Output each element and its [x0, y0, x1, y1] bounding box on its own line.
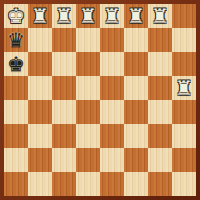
square-f5[interactable] [124, 76, 148, 100]
chess-board: ♚♜♜♜♜♜♜♛♚♜ [4, 4, 196, 196]
square-e4[interactable] [100, 100, 124, 124]
square-d2[interactable] [76, 148, 100, 172]
square-b4[interactable] [28, 100, 52, 124]
white-rook: ♜ [79, 4, 97, 28]
square-e6[interactable] [100, 52, 124, 76]
square-d8[interactable]: ♜ [76, 4, 100, 28]
square-e5[interactable] [100, 76, 124, 100]
square-h4[interactable] [172, 100, 196, 124]
square-g3[interactable] [148, 124, 172, 148]
square-g2[interactable] [148, 148, 172, 172]
white-rook: ♜ [127, 4, 145, 28]
square-g4[interactable] [148, 100, 172, 124]
square-b2[interactable] [28, 148, 52, 172]
square-h6[interactable] [172, 52, 196, 76]
square-b5[interactable] [28, 76, 52, 100]
square-a3[interactable] [4, 124, 28, 148]
square-b8[interactable]: ♜ [28, 4, 52, 28]
square-b6[interactable] [28, 52, 52, 76]
square-e2[interactable] [100, 148, 124, 172]
square-g7[interactable] [148, 28, 172, 52]
square-c3[interactable] [52, 124, 76, 148]
square-b1[interactable] [28, 172, 52, 196]
square-h7[interactable] [172, 28, 196, 52]
square-a5[interactable] [4, 76, 28, 100]
square-a4[interactable] [4, 100, 28, 124]
black-king: ♚ [7, 52, 25, 76]
square-a8[interactable]: ♚ [4, 4, 28, 28]
square-c4[interactable] [52, 100, 76, 124]
square-f4[interactable] [124, 100, 148, 124]
square-a2[interactable] [4, 148, 28, 172]
square-f2[interactable] [124, 148, 148, 172]
white-rook: ♜ [103, 4, 121, 28]
square-d4[interactable] [76, 100, 100, 124]
square-c8[interactable]: ♜ [52, 4, 76, 28]
square-e3[interactable] [100, 124, 124, 148]
square-c7[interactable] [52, 28, 76, 52]
square-c6[interactable] [52, 52, 76, 76]
square-c2[interactable] [52, 148, 76, 172]
square-d1[interactable] [76, 172, 100, 196]
square-d5[interactable] [76, 76, 100, 100]
square-d7[interactable] [76, 28, 100, 52]
white-king: ♚ [7, 4, 25, 28]
square-g6[interactable] [148, 52, 172, 76]
square-h1[interactable] [172, 172, 196, 196]
square-h5[interactable]: ♜ [172, 76, 196, 100]
square-f1[interactable] [124, 172, 148, 196]
square-g8[interactable]: ♜ [148, 4, 172, 28]
square-e8[interactable]: ♜ [100, 4, 124, 28]
square-f3[interactable] [124, 124, 148, 148]
white-rook: ♜ [175, 76, 193, 100]
square-f8[interactable]: ♜ [124, 4, 148, 28]
square-a1[interactable] [4, 172, 28, 196]
square-f6[interactable] [124, 52, 148, 76]
square-b7[interactable] [28, 28, 52, 52]
square-g5[interactable] [148, 76, 172, 100]
square-a7[interactable]: ♛ [4, 28, 28, 52]
square-a6[interactable]: ♚ [4, 52, 28, 76]
square-d3[interactable] [76, 124, 100, 148]
square-h3[interactable] [172, 124, 196, 148]
white-rook: ♜ [55, 4, 73, 28]
square-g1[interactable] [148, 172, 172, 196]
square-h2[interactable] [172, 148, 196, 172]
white-rook: ♜ [31, 4, 49, 28]
chess-board-frame: ♚♜♜♜♜♜♜♛♚♜ [0, 0, 200, 200]
square-h8[interactable] [172, 4, 196, 28]
white-rook: ♜ [151, 4, 169, 28]
black-queen: ♛ [7, 28, 25, 52]
square-e1[interactable] [100, 172, 124, 196]
square-e7[interactable] [100, 28, 124, 52]
square-c5[interactable] [52, 76, 76, 100]
square-d6[interactable] [76, 52, 100, 76]
square-f7[interactable] [124, 28, 148, 52]
square-c1[interactable] [52, 172, 76, 196]
square-b3[interactable] [28, 124, 52, 148]
